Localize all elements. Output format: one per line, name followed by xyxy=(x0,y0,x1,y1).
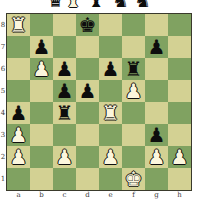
square-e7[interactable] xyxy=(99,36,122,58)
file-label-a: a xyxy=(7,191,30,200)
square-a4[interactable]: ♟ xyxy=(7,102,30,124)
square-d3[interactable] xyxy=(76,124,99,146)
square-g1[interactable] xyxy=(145,168,168,190)
white-king[interactable]: ♚ xyxy=(125,168,143,190)
square-c7[interactable] xyxy=(53,36,76,58)
rank-label-8: 8 xyxy=(0,14,6,36)
square-f5[interactable]: ♟ xyxy=(122,80,145,102)
black-bishop-cutoff-icon: ♝ xyxy=(88,0,105,11)
black-pawn[interactable]: ♟ xyxy=(102,58,120,80)
square-e4[interactable]: ♜ xyxy=(99,102,122,124)
black-rook[interactable]: ♜ xyxy=(56,102,74,124)
square-a5[interactable] xyxy=(7,80,30,102)
rank-label-6: 6 xyxy=(0,58,6,80)
square-h2[interactable]: ♟ xyxy=(168,146,191,168)
square-d2[interactable] xyxy=(76,146,99,168)
black-pawn[interactable]: ♟ xyxy=(148,36,166,58)
black-pawn[interactable]: ♟ xyxy=(148,124,166,146)
square-a3[interactable]: ♟ xyxy=(7,124,30,146)
black-pawn[interactable]: ♟ xyxy=(10,102,28,124)
square-g4[interactable] xyxy=(145,102,168,124)
file-label-c: c xyxy=(53,191,76,200)
file-label-h: h xyxy=(168,191,191,200)
black-king[interactable]: ♚ xyxy=(79,14,97,36)
square-b4[interactable] xyxy=(30,102,53,124)
rank-label-2: 2 xyxy=(0,146,6,168)
square-g2[interactable]: ♟ xyxy=(145,146,168,168)
square-b3[interactable] xyxy=(30,124,53,146)
square-g6[interactable] xyxy=(145,58,168,80)
rank-label-5: 5 xyxy=(0,80,6,102)
square-e2[interactable]: ♟ xyxy=(99,146,122,168)
square-a2[interactable]: ♟ xyxy=(7,146,30,168)
square-b7[interactable]: ♟ xyxy=(30,36,53,58)
black-knight-cutoff-icon: ♞ xyxy=(112,0,129,11)
square-f8[interactable] xyxy=(122,14,145,36)
file-label-g: g xyxy=(145,191,168,200)
rank-label-7: 7 xyxy=(0,36,6,58)
square-h7[interactable] xyxy=(168,36,191,58)
square-h1[interactable] xyxy=(168,168,191,190)
captured-pieces-tray: ♛♝♝♞♞ xyxy=(0,0,197,13)
square-h6[interactable] xyxy=(168,58,191,80)
rank-label-3: 3 xyxy=(0,124,6,146)
black-queen-cutoff-icon: ♛ xyxy=(47,0,64,11)
square-c1[interactable] xyxy=(53,168,76,190)
square-f7[interactable] xyxy=(122,36,145,58)
square-b8[interactable] xyxy=(30,14,53,36)
square-h4[interactable] xyxy=(168,102,191,124)
white-pawn[interactable]: ♟ xyxy=(56,146,74,168)
square-b6[interactable]: ♟ xyxy=(30,58,53,80)
chess-board[interactable]: ♜♚♟♟♟♟♟♜♟♟♟♟♜♜♟♟♟♟♟♟♟♚ xyxy=(6,13,192,191)
square-h5[interactable] xyxy=(168,80,191,102)
square-a7[interactable] xyxy=(7,36,30,58)
square-c2[interactable]: ♟ xyxy=(53,146,76,168)
square-g8[interactable] xyxy=(145,14,168,36)
black-pawn[interactable]: ♟ xyxy=(33,36,51,58)
file-labels: abcdefgh xyxy=(7,191,191,200)
white-rook[interactable]: ♜ xyxy=(102,102,120,124)
white-rook[interactable]: ♜ xyxy=(10,14,28,36)
square-d7[interactable] xyxy=(76,36,99,58)
square-f6[interactable]: ♜ xyxy=(122,58,145,80)
chess-diagram: ♛♝♝♞♞ ♜♚♟♟♟♟♟♜♟♟♟♟♜♜♟♟♟♟♟♟♟♚ 87654321 ab… xyxy=(0,0,197,200)
black-rook[interactable]: ♜ xyxy=(125,58,143,80)
white-pawn[interactable]: ♟ xyxy=(102,146,120,168)
square-e5[interactable] xyxy=(99,80,122,102)
white-pawn[interactable]: ♟ xyxy=(171,146,189,168)
square-d8[interactable]: ♚ xyxy=(76,14,99,36)
square-g7[interactable]: ♟ xyxy=(145,36,168,58)
black-pawn[interactable]: ♟ xyxy=(56,80,74,102)
file-label-b: b xyxy=(30,191,53,200)
black-pawn[interactable]: ♟ xyxy=(56,58,74,80)
white-pawn[interactable]: ♟ xyxy=(10,124,28,146)
square-f1[interactable]: ♚ xyxy=(122,168,145,190)
square-e8[interactable] xyxy=(99,14,122,36)
rank-labels: 87654321 xyxy=(0,14,6,190)
square-c6[interactable]: ♟ xyxy=(53,58,76,80)
square-c3[interactable] xyxy=(53,124,76,146)
square-f4[interactable] xyxy=(122,102,145,124)
square-a1[interactable] xyxy=(7,168,30,190)
square-h3[interactable] xyxy=(168,124,191,146)
square-d1[interactable] xyxy=(76,168,99,190)
black-pawn[interactable]: ♟ xyxy=(79,80,97,102)
square-b2[interactable] xyxy=(30,146,53,168)
square-e1[interactable] xyxy=(99,168,122,190)
square-f2[interactable] xyxy=(122,146,145,168)
square-f3[interactable] xyxy=(122,124,145,146)
square-d6[interactable] xyxy=(76,58,99,80)
square-c4[interactable]: ♜ xyxy=(53,102,76,124)
square-d5[interactable]: ♟ xyxy=(76,80,99,102)
file-label-d: d xyxy=(76,191,99,200)
white-bishop-cutoff-icon: ♝ xyxy=(65,0,82,11)
white-pawn[interactable]: ♟ xyxy=(148,146,166,168)
square-c8[interactable] xyxy=(53,14,76,36)
square-b5[interactable] xyxy=(30,80,53,102)
white-pawn[interactable]: ♟ xyxy=(10,146,28,168)
square-h8[interactable] xyxy=(168,14,191,36)
square-d4[interactable] xyxy=(76,102,99,124)
square-g3[interactable]: ♟ xyxy=(145,124,168,146)
square-a8[interactable]: ♜ xyxy=(7,14,30,36)
file-label-e: e xyxy=(99,191,122,200)
white-pawn[interactable]: ♟ xyxy=(33,58,51,80)
square-e6[interactable]: ♟ xyxy=(99,58,122,80)
white-pawn[interactable]: ♟ xyxy=(125,80,143,102)
square-b1[interactable] xyxy=(30,168,53,190)
square-g5[interactable] xyxy=(145,80,168,102)
square-a6[interactable] xyxy=(7,58,30,80)
square-e3[interactable] xyxy=(99,124,122,146)
square-c5[interactable]: ♟ xyxy=(53,80,76,102)
black-knight-cutoff2-icon: ♞ xyxy=(134,0,151,11)
file-label-f: f xyxy=(122,191,145,200)
rank-label-1: 1 xyxy=(0,168,6,190)
rank-label-4: 4 xyxy=(0,102,6,124)
